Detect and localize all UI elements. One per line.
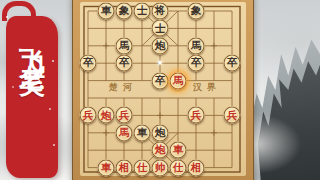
piece-black-cannon-f5r7[interactable]: 炮: [152, 124, 169, 141]
piece-black-elephant-f3r0[interactable]: 象: [116, 3, 133, 20]
piece-red-horse-f6r4[interactable]: 馬: [170, 72, 187, 89]
piece-red-elephant-f3r9[interactable]: 相: [116, 159, 133, 176]
piece-red-elephant-f7r9[interactable]: 相: [188, 159, 205, 176]
sparkle-effect-icon: ✦: [156, 58, 164, 68]
screenshot-stage: 飞刀老吴 楚河 汉界 車象士将象士馬炮馬卒卒卒卒卒馬兵炮兵兵兵馬車炮炮車車相仕帅…: [0, 0, 320, 180]
piece-red-cannon-f2r6[interactable]: 炮: [98, 107, 115, 124]
piece-black-rook-f4r7[interactable]: 車: [134, 124, 151, 141]
piece-red-cannon-f5r8[interactable]: 炮: [152, 142, 169, 159]
piece-black-advisor-f4r0[interactable]: 士: [134, 3, 151, 20]
piece-red-rook-f2r9[interactable]: 車: [98, 159, 115, 176]
piece-red-horse-f3r7[interactable]: 馬: [116, 124, 133, 141]
pieces-layer: 車象士将象士馬炮馬卒卒卒卒卒馬兵炮兵兵兵馬車炮炮車車相仕帅仕相✦: [80, 2, 246, 176]
piece-black-horse-f3r2[interactable]: 馬: [116, 37, 133, 54]
piece-black-general-f5r0[interactable]: 将: [152, 3, 169, 20]
piece-red-advisor-f4r9[interactable]: 仕: [134, 159, 151, 176]
piece-black-pawn-f3r3[interactable]: 卒: [116, 55, 133, 72]
piece-red-pawn-f1r6[interactable]: 兵: [80, 107, 97, 124]
piece-black-pawn-f1r3[interactable]: 卒: [80, 55, 97, 72]
piece-red-pawn-f9r6[interactable]: 兵: [224, 107, 241, 124]
piece-red-advisor-f6r9[interactable]: 仕: [170, 159, 187, 176]
piece-black-advisor-f5r1[interactable]: 士: [152, 20, 169, 37]
xiangqi-board: 楚河 汉界 車象士将象士馬炮馬卒卒卒卒卒馬兵炮兵兵兵馬車炮炮車車相仕帅仕相✦: [72, 0, 254, 180]
brush-speckles: [6, 16, 8, 18]
piece-black-pawn-f7r3[interactable]: 卒: [188, 55, 205, 72]
channel-banner: 飞刀老吴: [6, 16, 58, 178]
piece-black-cannon-f5r2[interactable]: 炮: [152, 37, 169, 54]
piece-black-pawn-f9r3[interactable]: 卒: [224, 55, 241, 72]
piece-black-pawn-f5r4[interactable]: 卒: [152, 72, 169, 89]
piece-black-elephant-f7r0[interactable]: 象: [188, 3, 205, 20]
board-surface[interactable]: 楚河 汉界 車象士将象士馬炮馬卒卒卒卒卒馬兵炮兵兵兵馬車炮炮車車相仕帅仕相✦: [80, 2, 246, 176]
piece-red-pawn-f3r6[interactable]: 兵: [116, 107, 133, 124]
piece-red-rook-f6r8[interactable]: 車: [170, 142, 187, 159]
piece-black-horse-f7r2[interactable]: 馬: [188, 37, 205, 54]
piece-red-pawn-f7r6[interactable]: 兵: [188, 107, 205, 124]
piece-black-rook-f2r0[interactable]: 車: [98, 3, 115, 20]
channel-name: 飞刀老吴: [15, 28, 50, 60]
piece-red-general-f5r9[interactable]: 帅: [152, 159, 169, 176]
